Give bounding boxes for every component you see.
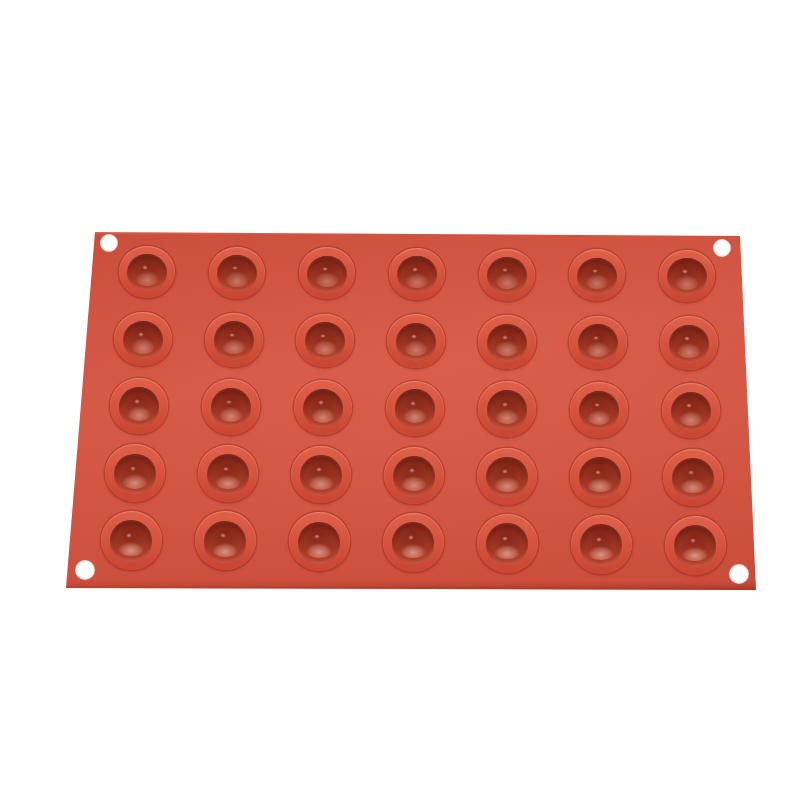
cavity-bowl <box>579 391 620 430</box>
mold-cavity <box>659 250 715 302</box>
corner-hole <box>729 564 749 584</box>
cavity-bowl <box>672 458 714 499</box>
cavity-highlight <box>405 273 429 289</box>
mold-cavity <box>478 381 537 437</box>
cavity-glint <box>226 400 232 405</box>
corner-hole <box>75 560 95 580</box>
mold-cavity <box>105 444 165 501</box>
mold-cavity <box>660 316 717 370</box>
cavity-highlight <box>400 544 426 558</box>
cavity-highlight <box>404 340 428 355</box>
cavity-glint <box>134 399 140 404</box>
cavity-glint <box>320 334 326 339</box>
cavity-highlight <box>308 475 333 490</box>
cavity-highlight <box>306 543 332 557</box>
cavity-bowl <box>669 325 709 363</box>
cavity-bowl <box>396 323 436 361</box>
cavity-bowl <box>580 524 623 566</box>
cavity-bowl <box>127 254 166 291</box>
corner-hole <box>100 234 118 252</box>
cavity-highlight <box>494 545 520 559</box>
cavity-bowl <box>214 321 254 359</box>
cavity-highlight <box>587 478 612 493</box>
cavity-highlight <box>403 408 428 423</box>
mold-cavity <box>101 511 162 570</box>
cavity-highlight <box>494 477 519 492</box>
cavity-glint <box>130 466 136 471</box>
mold-cavity <box>477 514 538 573</box>
cavity-bowl <box>487 390 528 429</box>
cavity-highlight <box>680 479 705 494</box>
cavity-bowl <box>487 257 526 294</box>
cavity-highlight <box>682 547 708 561</box>
cavity-bowl <box>486 523 529 565</box>
cavity-glint <box>220 533 226 538</box>
cavity-highlight <box>131 338 155 353</box>
mold-cavity <box>294 380 353 436</box>
cavity-bowl <box>300 455 342 496</box>
mold-cavity <box>663 449 723 506</box>
cavity-bowl <box>486 457 528 498</box>
cavity-glint <box>502 469 508 474</box>
cavity-bowl <box>674 525 717 567</box>
cavity-bowl <box>397 256 436 293</box>
mold-cavity <box>119 246 175 298</box>
cavity-highlight <box>677 343 701 358</box>
mold-cavity <box>479 249 535 301</box>
cavity-glint <box>686 403 692 408</box>
mold-cavity <box>384 447 444 504</box>
cavity-bowl <box>487 324 527 362</box>
cavity-highlight <box>588 546 614 560</box>
cavity-glint <box>408 535 414 540</box>
cavity-bowl <box>671 392 712 431</box>
mold-cavity <box>291 446 351 503</box>
mold-cavity <box>570 382 629 438</box>
cavity-glint <box>316 467 322 472</box>
cavity-glint <box>502 335 508 340</box>
cavity-highlight <box>401 476 426 491</box>
cavity-highlight <box>311 408 336 423</box>
mold-cavity <box>571 515 632 574</box>
mold-cavity <box>569 249 625 301</box>
cavity-glint <box>409 468 415 473</box>
cavity-glint <box>684 336 690 341</box>
cavity-glint <box>229 333 235 338</box>
scene <box>0 0 800 800</box>
mold-cavity <box>665 516 726 575</box>
mold-cavity <box>198 445 258 502</box>
cavity-highlight <box>225 271 249 287</box>
mold-cavity <box>569 316 626 370</box>
cavity-glint <box>322 267 327 271</box>
mold-cavity <box>195 511 256 570</box>
mold-cavity <box>110 378 169 434</box>
mold-cavity <box>389 248 445 300</box>
cavity-bowl <box>578 324 618 362</box>
mold-cavity <box>383 513 444 572</box>
cavity-bowl <box>114 454 156 495</box>
cavity-highlight <box>675 275 699 291</box>
cavity-bowl <box>119 387 160 426</box>
cavity-glint <box>682 269 687 273</box>
mold-cavity <box>387 314 444 368</box>
mold-cavity <box>296 314 353 368</box>
corner-hole <box>713 239 731 257</box>
cavity-glint <box>318 400 324 405</box>
cavity-highlight <box>315 272 339 288</box>
mold-cavity <box>205 313 262 367</box>
mold-cavity <box>386 381 445 437</box>
mold-cavity <box>662 383 721 439</box>
cavity-highlight <box>495 341 519 356</box>
cavity-glint <box>411 334 417 339</box>
cavity-highlight <box>118 542 144 556</box>
cavity-glint <box>126 533 132 538</box>
cavity-bowl <box>579 457 621 498</box>
cavity-glint <box>690 538 696 543</box>
mold-cavity <box>209 247 265 299</box>
cavity-bowl <box>211 388 252 427</box>
mold-cavity <box>570 448 630 505</box>
cavity-glint <box>593 336 599 341</box>
cavity-bowl <box>217 255 256 292</box>
cavity-bowl <box>204 521 247 563</box>
cavity-highlight <box>222 339 246 354</box>
cavity-bowl <box>667 258 706 295</box>
cavity-glint <box>502 268 507 272</box>
cavity-glint <box>502 402 508 407</box>
cavity-glint <box>142 265 147 269</box>
cavity-glint <box>502 536 508 541</box>
mold-cavity <box>202 379 261 435</box>
cavity-glint <box>223 467 229 472</box>
cavity-highlight <box>122 474 147 489</box>
cavity-glint <box>232 266 237 270</box>
cavity-glint <box>410 401 416 406</box>
cavity-highlight <box>219 407 244 422</box>
mold-cavity <box>114 312 171 366</box>
cavity-bowl <box>110 520 153 562</box>
cavity-bowl <box>298 522 341 564</box>
cavity-bowl <box>393 456 435 497</box>
mold-cavity <box>477 448 537 505</box>
cavity-bowl <box>392 522 435 564</box>
cavity-bowl <box>207 454 249 495</box>
cavity-glint <box>596 537 602 542</box>
cavity-glint <box>138 332 144 337</box>
cavity-bowl <box>303 389 344 428</box>
cavity-highlight <box>586 342 610 357</box>
cavity-bowl <box>395 389 436 428</box>
cavity-bowl <box>305 322 345 360</box>
cavity-glint <box>595 470 601 475</box>
cavity-highlight <box>495 273 519 289</box>
cavity-highlight <box>495 409 520 424</box>
cavity-glint <box>688 470 694 475</box>
cavity-bowl <box>577 258 616 295</box>
cavity-highlight <box>585 274 609 290</box>
cavity-glint <box>592 269 597 273</box>
cavity-bowl <box>123 321 163 359</box>
cavity-highlight <box>313 340 337 355</box>
cavity-highlight <box>215 475 240 490</box>
mold-cavity <box>289 512 350 571</box>
cavity-glint <box>412 267 417 271</box>
cavity-glint <box>314 534 320 539</box>
cavity-highlight <box>212 543 238 557</box>
cavity-bowl <box>307 256 346 293</box>
mold-cavity <box>478 315 535 369</box>
cavity-highlight <box>587 410 612 425</box>
cavity-glint <box>594 403 600 408</box>
cavity-highlight <box>679 411 704 426</box>
cavity-highlight <box>135 271 159 287</box>
mold-cavity <box>299 247 355 299</box>
cavity-highlight <box>127 406 152 421</box>
